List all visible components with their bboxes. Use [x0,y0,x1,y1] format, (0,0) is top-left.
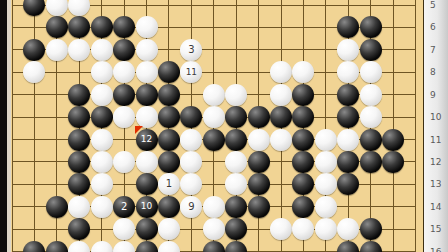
black-stone[interactable] [68,129,90,151]
grid-vline [415,0,416,252]
black-stone[interactable] [337,16,359,38]
white-stone[interactable] [136,61,158,83]
move-number-label: 1 [166,179,172,189]
row-coordinate-label: 10 [430,113,441,122]
white-stone[interactable] [203,196,225,218]
black-stone[interactable] [337,241,359,252]
white-stone[interactable] [113,61,135,83]
black-stone[interactable] [68,16,90,38]
black-stone[interactable] [225,129,247,151]
black-stone[interactable] [113,16,135,38]
white-stone[interactable] [292,218,314,240]
black-stone[interactable] [158,61,180,83]
row-coordinate-strip: 5678910111213141516 [424,0,448,252]
white-stone[interactable] [68,0,90,16]
white-stone[interactable] [136,151,158,173]
white-stone[interactable] [225,173,247,195]
left-margin-strip [7,0,11,252]
white-stone[interactable] [270,129,292,151]
white-stone[interactable] [270,61,292,83]
black-stone[interactable]: 2 [113,196,135,218]
white-stone[interactable] [248,129,270,151]
black-stone[interactable] [248,106,270,128]
white-stone[interactable] [315,129,337,151]
row-coordinate-label: 5 [430,1,436,10]
white-stone[interactable] [360,61,382,83]
last-move-triangle-marker [135,126,143,134]
move-number-label: 11 [186,68,197,77]
row-coordinate-label: 7 [430,45,436,54]
black-stone[interactable] [68,218,90,240]
black-stone[interactable] [360,129,382,151]
grid-vline [34,0,35,252]
black-stone[interactable] [46,16,68,38]
black-stone[interactable] [68,106,90,128]
black-stone[interactable] [23,39,45,61]
white-stone[interactable]: 11 [180,61,202,83]
black-stone[interactable] [225,106,247,128]
black-stone[interactable] [360,151,382,173]
white-stone[interactable] [91,241,113,252]
black-stone[interactable] [113,39,135,61]
white-stone[interactable] [158,218,180,240]
move-number-label: 10 [141,202,152,211]
black-stone[interactable] [337,106,359,128]
black-stone[interactable] [158,151,180,173]
white-stone[interactable]: 3 [180,39,202,61]
white-stone[interactable] [23,61,45,83]
black-stone[interactable] [68,151,90,173]
black-stone[interactable] [360,39,382,61]
white-stone[interactable] [136,39,158,61]
white-stone[interactable] [113,241,135,252]
black-stone[interactable] [91,16,113,38]
row-coordinate-label: 11 [430,135,441,144]
black-stone[interactable] [248,173,270,195]
white-stone[interactable] [91,84,113,106]
row-coordinate-label: 8 [430,68,436,77]
white-stone[interactable]: 9 [180,196,202,218]
black-stone[interactable] [292,106,314,128]
black-stone[interactable] [337,173,359,195]
move-number-label: 9 [188,202,194,212]
black-stone[interactable] [180,106,202,128]
row-coordinate-label: 6 [430,23,436,32]
white-stone[interactable] [158,241,180,252]
row-coordinate-label: 14 [430,202,441,211]
white-stone[interactable] [225,84,247,106]
black-stone[interactable]: 10 [136,196,158,218]
left-letterbox-bar [0,0,7,252]
row-coordinate-label: 12 [430,157,441,166]
white-stone[interactable] [315,173,337,195]
black-stone[interactable] [46,196,68,218]
row-coordinate-label: 13 [430,180,441,189]
black-stone[interactable] [158,84,180,106]
row-coordinate-label: 16 [430,247,441,252]
white-stone[interactable] [91,61,113,83]
black-stone[interactable] [46,241,68,252]
black-stone[interactable] [136,84,158,106]
grid-vline [393,0,394,252]
black-stone[interactable] [158,106,180,128]
black-stone[interactable] [248,196,270,218]
black-stone[interactable] [23,241,45,252]
black-stone[interactable] [23,0,45,16]
black-stone[interactable] [292,84,314,106]
white-stone[interactable] [203,84,225,106]
white-stone[interactable] [337,129,359,151]
black-stone[interactable] [136,218,158,240]
white-stone[interactable] [292,61,314,83]
black-stone[interactable] [203,129,225,151]
black-stone[interactable] [158,196,180,218]
black-stone[interactable] [292,173,314,195]
white-stone[interactable] [91,151,113,173]
white-stone[interactable] [113,106,135,128]
black-stone[interactable] [225,218,247,240]
grid-vline [12,0,13,252]
black-stone[interactable] [292,129,314,151]
black-stone[interactable] [136,241,158,252]
white-stone[interactable] [91,39,113,61]
black-stone[interactable] [292,196,314,218]
go-board[interactable]: 3111212109 [0,0,424,252]
black-stone[interactable] [113,84,135,106]
black-stone[interactable] [225,196,247,218]
row-coordinate-label: 9 [430,90,436,99]
black-stone[interactable] [337,84,359,106]
black-stone[interactable] [91,106,113,128]
white-stone[interactable] [68,39,90,61]
black-stone[interactable] [360,241,382,252]
move-number-label: 2 [121,202,127,212]
white-stone[interactable] [91,129,113,151]
white-stone[interactable] [136,16,158,38]
white-stone[interactable] [113,151,135,173]
move-number-label: 3 [188,45,194,55]
black-stone[interactable] [292,151,314,173]
white-stone[interactable] [225,151,247,173]
white-stone[interactable] [315,196,337,218]
white-stone[interactable] [315,218,337,240]
white-stone[interactable]: 1 [158,173,180,195]
white-stone[interactable] [91,196,113,218]
black-stone[interactable] [360,218,382,240]
black-stone[interactable] [203,241,225,252]
white-stone[interactable] [203,106,225,128]
black-stone[interactable] [360,16,382,38]
white-stone[interactable] [203,218,225,240]
black-stone[interactable] [225,241,247,252]
black-stone[interactable] [248,151,270,173]
white-stone[interactable] [68,241,90,252]
white-stone[interactable] [180,151,202,173]
white-stone[interactable] [360,84,382,106]
black-stone[interactable] [136,173,158,195]
white-stone[interactable] [337,61,359,83]
black-stone[interactable] [68,84,90,106]
white-stone[interactable] [46,39,68,61]
black-stone[interactable] [158,129,180,151]
white-stone[interactable] [68,196,90,218]
black-stone[interactable] [382,129,404,151]
white-stone[interactable] [337,39,359,61]
move-number-label: 12 [141,135,152,144]
black-stone[interactable] [68,173,90,195]
row-coordinate-label: 15 [430,225,441,234]
white-stone[interactable] [315,151,337,173]
black-stone[interactable] [270,106,292,128]
black-stone[interactable] [337,151,359,173]
go-app-screen: 3111212109 5678910111213141516 [0,0,448,252]
white-stone[interactable] [270,218,292,240]
white-stone[interactable] [113,218,135,240]
white-stone[interactable] [180,173,202,195]
white-stone[interactable] [337,218,359,240]
white-stone[interactable] [180,129,202,151]
white-stone[interactable] [46,0,68,16]
black-stone[interactable] [382,151,404,173]
white-stone[interactable] [360,106,382,128]
white-stone[interactable] [91,173,113,195]
white-stone[interactable] [270,84,292,106]
